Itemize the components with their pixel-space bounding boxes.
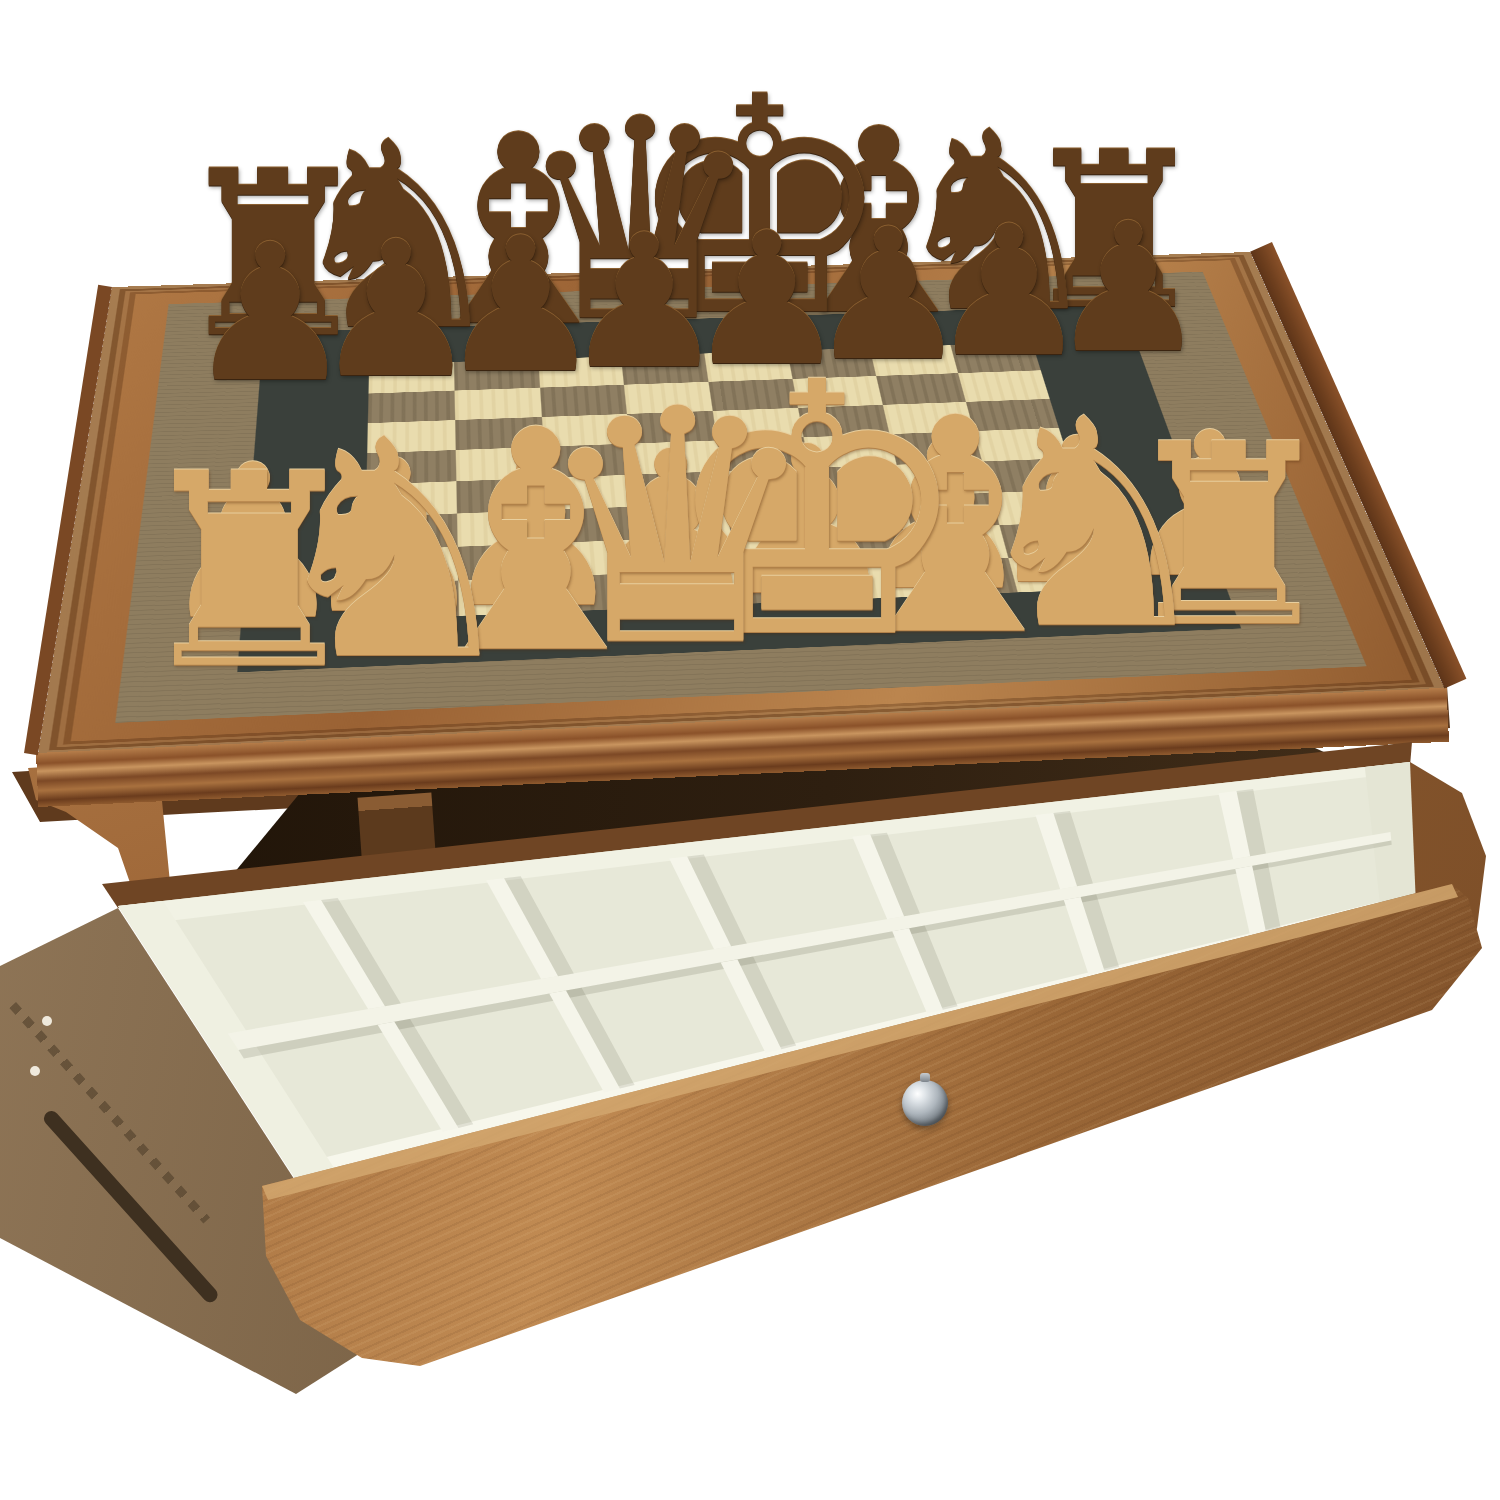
white-rook-a1[interactable]: ♜	[129, 439, 369, 707]
product-photo-chess-set: ♜♞♝♛♚♝♞♜♟♟♟♟♟♟♟♟♟♟♟♟♟♟♟♟♜♞♝♛♚♝♞♜	[0, 0, 1500, 1500]
drawer-knob[interactable]	[902, 1080, 948, 1126]
